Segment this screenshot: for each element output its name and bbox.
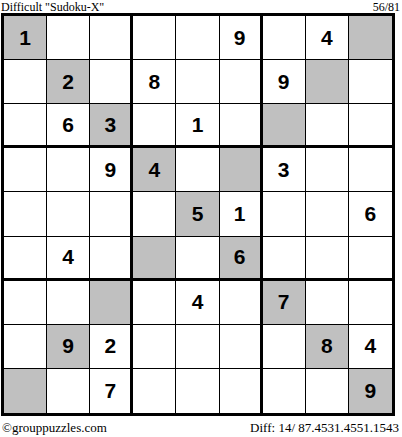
difficulty-text: Diff: 14/ 87.4531.4551.1543	[250, 421, 399, 435]
cell-r6c2: 4	[47, 237, 90, 281]
cell-r4c8[interactable]	[306, 148, 349, 192]
cell-r4c9[interactable]	[349, 148, 392, 192]
cell-r3c8[interactable]	[306, 104, 349, 148]
cell-r6c4[interactable]	[133, 237, 176, 281]
cell-r8c8: 8	[306, 325, 349, 369]
cell-r2c4: 8	[133, 60, 176, 104]
cell-r8c6[interactable]	[220, 325, 263, 369]
cell-r2c3[interactable]	[90, 60, 133, 104]
cell-r9c7[interactable]	[263, 369, 306, 413]
cell-r6c1[interactable]	[4, 237, 47, 281]
cell-r9c4[interactable]	[133, 369, 176, 413]
cell-r6c6: 6	[220, 237, 263, 281]
cell-r8c9: 4	[349, 325, 392, 369]
cell-r1c3[interactable]	[90, 16, 133, 60]
cell-r5c1[interactable]	[4, 192, 47, 236]
cell-r4c7: 3	[263, 148, 306, 192]
cell-r7c7: 7	[263, 281, 306, 325]
cell-r9c1[interactable]	[4, 369, 47, 413]
cell-r8c1[interactable]	[4, 325, 47, 369]
cell-r5c5: 5	[176, 192, 219, 236]
cell-r9c3: 7	[90, 369, 133, 413]
cell-r1c7[interactable]	[263, 16, 306, 60]
cell-r9c6[interactable]	[220, 369, 263, 413]
cell-r3c6[interactable]	[220, 104, 263, 148]
cell-r5c6: 1	[220, 192, 263, 236]
cell-r5c9: 6	[349, 192, 392, 236]
cell-r5c8[interactable]	[306, 192, 349, 236]
cell-r6c9[interactable]	[349, 237, 392, 281]
cell-r1c2[interactable]	[47, 16, 90, 60]
cell-r4c2[interactable]	[47, 148, 90, 192]
cell-r1c9[interactable]	[349, 16, 392, 60]
cell-r3c2: 6	[47, 104, 90, 148]
cell-r9c9: 9	[349, 369, 392, 413]
sudoku-board: 1942896319435164647928479	[1, 13, 395, 416]
cell-r4c4: 4	[133, 148, 176, 192]
cell-r9c2[interactable]	[47, 369, 90, 413]
cell-r6c3[interactable]	[90, 237, 133, 281]
cell-r7c9[interactable]	[349, 281, 392, 325]
remaining-counter: 56/81	[373, 1, 400, 13]
cell-r3c3: 3	[90, 104, 133, 148]
cell-r7c1[interactable]	[4, 281, 47, 325]
cell-r2c8[interactable]	[306, 60, 349, 104]
cell-r4c3: 9	[90, 148, 133, 192]
cell-r3c7[interactable]	[263, 104, 306, 148]
cell-r4c1[interactable]	[4, 148, 47, 192]
cell-r2c9[interactable]	[349, 60, 392, 104]
copyright-text: ©grouppuzzles.com	[2, 421, 107, 435]
cell-r2c6[interactable]	[220, 60, 263, 104]
cell-r8c2: 9	[47, 325, 90, 369]
cell-r7c5: 4	[176, 281, 219, 325]
cell-r8c5[interactable]	[176, 325, 219, 369]
cell-r7c4[interactable]	[133, 281, 176, 325]
footer: ©grouppuzzles.com Diff: 14/ 87.4531.4551…	[0, 416, 402, 435]
cell-r8c3: 2	[90, 325, 133, 369]
cell-r6c5[interactable]	[176, 237, 219, 281]
cell-r7c3[interactable]	[90, 281, 133, 325]
cell-r2c2: 2	[47, 60, 90, 104]
cell-r6c7[interactable]	[263, 237, 306, 281]
cell-r8c7[interactable]	[263, 325, 306, 369]
cell-r3c5: 1	[176, 104, 219, 148]
cell-r3c1[interactable]	[4, 104, 47, 148]
cell-r7c2[interactable]	[47, 281, 90, 325]
cell-r9c5[interactable]	[176, 369, 219, 413]
cell-r5c4[interactable]	[133, 192, 176, 236]
cell-r5c7[interactable]	[263, 192, 306, 236]
cell-r3c4[interactable]	[133, 104, 176, 148]
puzzle-title: Difficult "Sudoku-X"	[1, 1, 104, 13]
cell-r2c7: 9	[263, 60, 306, 104]
cell-r4c6[interactable]	[220, 148, 263, 192]
cell-r5c2[interactable]	[47, 192, 90, 236]
cell-r1c8: 4	[306, 16, 349, 60]
cell-r1c1: 1	[4, 16, 47, 60]
cell-r7c6[interactable]	[220, 281, 263, 325]
cell-r7c8[interactable]	[306, 281, 349, 325]
cell-r4c5[interactable]	[176, 148, 219, 192]
cell-r2c1[interactable]	[4, 60, 47, 104]
cell-r2c5[interactable]	[176, 60, 219, 104]
cell-r3c9[interactable]	[349, 104, 392, 148]
cell-r8c4[interactable]	[133, 325, 176, 369]
cell-r1c6: 9	[220, 16, 263, 60]
sudoku-page: Difficult "Sudoku-X" 56/81 1942896319435…	[0, 0, 402, 437]
cell-r9c8[interactable]	[306, 369, 349, 413]
cell-r1c5[interactable]	[176, 16, 219, 60]
cell-r1c4[interactable]	[133, 16, 176, 60]
header: Difficult "Sudoku-X" 56/81	[0, 0, 402, 13]
cell-r6c8[interactable]	[306, 237, 349, 281]
cell-r5c3[interactable]	[90, 192, 133, 236]
